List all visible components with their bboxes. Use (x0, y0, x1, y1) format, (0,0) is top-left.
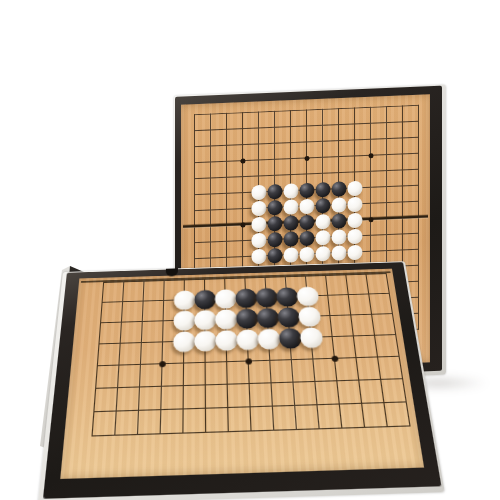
white-stone[interactable] (194, 330, 216, 351)
front-board-grid (91, 273, 410, 436)
white-stone[interactable] (194, 309, 216, 329)
black-stone[interactable] (255, 287, 278, 307)
black-stone[interactable] (275, 287, 298, 307)
black-stone[interactable] (235, 308, 258, 328)
white-stone[interactable] (297, 306, 321, 326)
black-stone[interactable] (277, 307, 300, 327)
white-stone[interactable] (296, 286, 319, 306)
white-stone[interactable] (214, 289, 236, 309)
white-stone[interactable] (215, 309, 237, 329)
star-point (331, 355, 338, 361)
product-photo-scene (0, 0, 500, 500)
hinge-notch (166, 268, 178, 276)
front-board-wrapper (63, 261, 412, 497)
white-stone[interactable] (299, 327, 323, 348)
white-stone[interactable] (173, 310, 195, 330)
white-stone[interactable] (215, 329, 238, 350)
black-stone[interactable] (256, 307, 279, 327)
black-stone[interactable] (194, 289, 216, 309)
white-stone[interactable] (236, 329, 259, 350)
front-board-face (60, 269, 424, 479)
star-point (245, 358, 252, 364)
black-stone[interactable] (278, 327, 302, 348)
white-stone[interactable] (172, 331, 194, 352)
star-point (159, 361, 166, 367)
white-stone[interactable] (173, 290, 195, 310)
front-go-board (38, 261, 445, 500)
black-stone[interactable] (235, 288, 257, 308)
white-stone[interactable] (257, 328, 280, 349)
